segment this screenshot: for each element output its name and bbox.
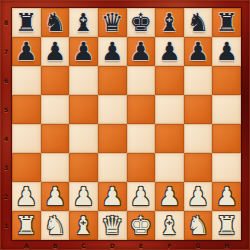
rank-label-5: 5 bbox=[0, 95, 12, 124]
square-c6[interactable] bbox=[69, 66, 98, 95]
square-h6[interactable] bbox=[212, 66, 241, 95]
piece-white-pawn[interactable]: ♟ bbox=[212, 182, 241, 212]
square-h8[interactable]: ♜ bbox=[212, 8, 241, 37]
square-b4[interactable] bbox=[41, 124, 70, 153]
square-d4[interactable] bbox=[98, 124, 127, 153]
square-d2[interactable]: ♟ bbox=[98, 182, 127, 211]
square-h4[interactable] bbox=[212, 124, 241, 153]
square-g5[interactable] bbox=[184, 95, 213, 124]
rank-label-7: 7 bbox=[0, 37, 12, 66]
square-g3[interactable] bbox=[184, 153, 213, 182]
square-e2[interactable]: ♟ bbox=[127, 182, 156, 211]
square-f2[interactable]: ♟ bbox=[155, 182, 184, 211]
square-a6[interactable] bbox=[12, 66, 41, 95]
piece-white-knight[interactable]: ♞ bbox=[41, 211, 70, 241]
piece-black-queen[interactable]: ♛ bbox=[98, 8, 127, 38]
square-f6[interactable] bbox=[155, 66, 184, 95]
square-g8[interactable]: ♞ bbox=[184, 8, 213, 37]
square-g2[interactable]: ♟ bbox=[184, 182, 213, 211]
piece-black-pawn[interactable]: ♟ bbox=[41, 37, 70, 67]
square-d1[interactable]: ♛ bbox=[98, 211, 127, 240]
square-b7[interactable]: ♟ bbox=[41, 37, 70, 66]
piece-black-rook[interactable]: ♜ bbox=[212, 8, 241, 38]
piece-white-rook[interactable]: ♜ bbox=[212, 211, 241, 241]
piece-black-bishop[interactable]: ♝ bbox=[155, 8, 184, 38]
piece-white-pawn[interactable]: ♟ bbox=[155, 182, 184, 212]
piece-black-pawn[interactable]: ♟ bbox=[155, 37, 184, 67]
square-g4[interactable] bbox=[184, 124, 213, 153]
rank-label-2: 2 bbox=[0, 182, 12, 211]
square-b1[interactable]: ♞ bbox=[41, 211, 70, 240]
piece-white-pawn[interactable]: ♟ bbox=[127, 182, 156, 212]
square-d5[interactable] bbox=[98, 95, 127, 124]
piece-white-pawn[interactable]: ♟ bbox=[69, 182, 98, 212]
square-a8[interactable]: ♜ bbox=[12, 8, 41, 37]
square-c3[interactable] bbox=[69, 153, 98, 182]
square-e8[interactable]: ♚ bbox=[127, 8, 156, 37]
piece-white-knight[interactable]: ♞ bbox=[184, 211, 213, 241]
piece-white-pawn[interactable]: ♟ bbox=[98, 182, 127, 212]
piece-black-pawn[interactable]: ♟ bbox=[69, 37, 98, 67]
piece-white-pawn[interactable]: ♟ bbox=[41, 182, 70, 212]
piece-black-king[interactable]: ♚ bbox=[127, 8, 156, 38]
file-label-f: F bbox=[155, 240, 184, 250]
piece-white-bishop[interactable]: ♝ bbox=[155, 211, 184, 241]
square-a4[interactable] bbox=[12, 124, 41, 153]
square-b6[interactable] bbox=[41, 66, 70, 95]
square-a7[interactable]: ♟ bbox=[12, 37, 41, 66]
file-label-d: D bbox=[98, 240, 127, 250]
rank-label-8: 8 bbox=[0, 8, 12, 37]
rank-label-3: 3 bbox=[0, 153, 12, 182]
rank-labels: 87654321 bbox=[0, 8, 12, 240]
square-h5[interactable] bbox=[212, 95, 241, 124]
square-f8[interactable]: ♝ bbox=[155, 8, 184, 37]
piece-black-pawn[interactable]: ♟ bbox=[98, 37, 127, 67]
file-label-h: H bbox=[212, 240, 241, 250]
square-c2[interactable]: ♟ bbox=[69, 182, 98, 211]
square-d8[interactable]: ♛ bbox=[98, 8, 127, 37]
square-g7[interactable]: ♟ bbox=[184, 37, 213, 66]
square-e4[interactable] bbox=[127, 124, 156, 153]
file-label-g: G bbox=[184, 240, 213, 250]
piece-black-rook[interactable]: ♜ bbox=[12, 8, 41, 38]
file-label-c: C bbox=[69, 240, 98, 250]
square-h3[interactable] bbox=[212, 153, 241, 182]
square-c4[interactable] bbox=[69, 124, 98, 153]
square-d3[interactable] bbox=[98, 153, 127, 182]
piece-white-bishop[interactable]: ♝ bbox=[69, 211, 98, 241]
square-b5[interactable] bbox=[41, 95, 70, 124]
square-d6[interactable] bbox=[98, 66, 127, 95]
square-f1[interactable]: ♝ bbox=[155, 211, 184, 240]
square-f7[interactable]: ♟ bbox=[155, 37, 184, 66]
square-c7[interactable]: ♟ bbox=[69, 37, 98, 66]
square-a2[interactable]: ♟ bbox=[12, 182, 41, 211]
file-label-e: E bbox=[127, 240, 156, 250]
chess-board-frame: 87654321 ABCDEFGH ♜♞♝♛♚♝♞♜♟♟♟♟♟♟♟♟♟♟♟♟♟♟… bbox=[0, 0, 250, 250]
square-c1[interactable]: ♝ bbox=[69, 211, 98, 240]
chess-board: ♜♞♝♛♚♝♞♜♟♟♟♟♟♟♟♟♟♟♟♟♟♟♟♟♜♞♝♛♚♝♞♜ bbox=[12, 8, 241, 240]
piece-black-bishop[interactable]: ♝ bbox=[69, 8, 98, 38]
square-g6[interactable] bbox=[184, 66, 213, 95]
rank-label-1: 1 bbox=[0, 211, 12, 240]
piece-black-pawn[interactable]: ♟ bbox=[184, 37, 213, 67]
square-c5[interactable] bbox=[69, 95, 98, 124]
piece-black-knight[interactable]: ♞ bbox=[41, 8, 70, 38]
piece-black-pawn[interactable]: ♟ bbox=[212, 37, 241, 67]
piece-white-queen[interactable]: ♛ bbox=[98, 211, 127, 241]
rank-label-6: 6 bbox=[0, 66, 12, 95]
square-b3[interactable] bbox=[41, 153, 70, 182]
square-e7[interactable]: ♟ bbox=[127, 37, 156, 66]
file-label-b: B bbox=[41, 240, 70, 250]
piece-black-pawn[interactable]: ♟ bbox=[127, 37, 156, 67]
square-e6[interactable] bbox=[127, 66, 156, 95]
piece-black-pawn[interactable]: ♟ bbox=[12, 37, 41, 67]
rank-label-4: 4 bbox=[0, 124, 12, 153]
file-label-a: A bbox=[12, 240, 41, 250]
square-h7[interactable]: ♟ bbox=[212, 37, 241, 66]
square-a1[interactable]: ♜ bbox=[12, 211, 41, 240]
piece-black-knight[interactable]: ♞ bbox=[184, 8, 213, 38]
square-f5[interactable] bbox=[155, 95, 184, 124]
file-labels: ABCDEFGH bbox=[12, 240, 241, 250]
piece-white-pawn[interactable]: ♟ bbox=[12, 182, 41, 212]
square-c8[interactable]: ♝ bbox=[69, 8, 98, 37]
square-b8[interactable]: ♞ bbox=[41, 8, 70, 37]
square-h2[interactable]: ♟ bbox=[212, 182, 241, 211]
square-f3[interactable] bbox=[155, 153, 184, 182]
square-e5[interactable] bbox=[127, 95, 156, 124]
square-h1[interactable]: ♜ bbox=[212, 211, 241, 240]
piece-white-pawn[interactable]: ♟ bbox=[184, 182, 213, 212]
square-f4[interactable] bbox=[155, 124, 184, 153]
square-e1[interactable]: ♚ bbox=[127, 211, 156, 240]
square-g1[interactable]: ♞ bbox=[184, 211, 213, 240]
square-b2[interactable]: ♟ bbox=[41, 182, 70, 211]
piece-white-rook[interactable]: ♜ bbox=[12, 211, 41, 241]
square-d7[interactable]: ♟ bbox=[98, 37, 127, 66]
square-a5[interactable] bbox=[12, 95, 41, 124]
piece-white-king[interactable]: ♚ bbox=[127, 211, 156, 241]
square-a3[interactable] bbox=[12, 153, 41, 182]
square-e3[interactable] bbox=[127, 153, 156, 182]
